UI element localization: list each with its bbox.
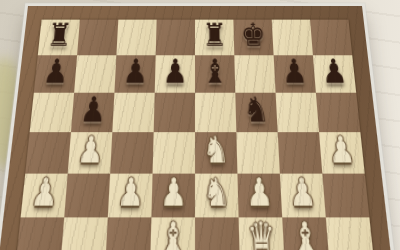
square-a6: [30, 93, 74, 132]
white-bishop-d3: ♝: [158, 216, 187, 250]
square-c7: ♟: [114, 55, 155, 92]
board-scene: ♜♜♚♟♟♟♝♟♟♟♞♟♞♟♟♟♟♞♟♟♝♛♝♜♜♚: [0, 6, 400, 250]
square-b3: [61, 217, 108, 250]
black-rook-a8: ♜: [45, 19, 73, 51]
black-knight-f6: ♞: [243, 92, 270, 127]
square-b5: ♟: [68, 132, 113, 173]
square-f6: ♞: [235, 93, 277, 132]
white-pawn-d4: ♟: [159, 173, 187, 212]
square-h5: ♟: [319, 132, 365, 173]
square-e4: ♞: [195, 174, 239, 218]
square-h7: ♟: [313, 55, 356, 92]
black-bishop-e7: ♝: [202, 54, 228, 87]
white-pawn-h5: ♟: [326, 131, 356, 168]
square-d3: ♝: [150, 217, 195, 250]
square-c6: [112, 93, 154, 132]
square-d8: [156, 20, 195, 56]
black-pawn-c7: ♟: [122, 54, 149, 87]
square-h8: [310, 20, 352, 56]
square-b6: ♟: [71, 93, 114, 132]
square-a4: ♟: [21, 174, 68, 218]
square-c3: [105, 217, 151, 250]
black-rook-e8: ♜: [202, 19, 227, 51]
square-h4: [322, 174, 369, 218]
square-a3: [16, 217, 64, 250]
square-d7: ♟: [155, 55, 195, 92]
square-g3: ♝: [282, 217, 329, 250]
square-f4: ♟: [237, 174, 282, 218]
square-d6: [154, 93, 195, 132]
square-c4: ♟: [108, 174, 153, 218]
square-a8: ♜: [38, 20, 80, 56]
square-c5: [110, 132, 154, 173]
square-f8: ♚: [233, 20, 273, 56]
square-g4: ♟: [280, 174, 326, 218]
square-g6: [276, 93, 319, 132]
square-e6: [195, 93, 236, 132]
square-a5: [25, 132, 71, 173]
chess-board: ♜♜♚♟♟♟♝♟♟♟♞♟♞♟♟♟♟♞♟♟♝♛♝♜♜♚: [5, 20, 385, 250]
white-knight-e4: ♞: [203, 173, 231, 212]
square-h6: [316, 93, 360, 132]
square-g5: [278, 132, 323, 173]
photo-canvas: ♜♜♚♟♟♟♝♟♟♟♞♟♞♟♟♟♟♞♟♟♝♛♝♜♜♚: [0, 0, 400, 250]
square-d5: [153, 132, 195, 173]
black-king-f8: ♚: [240, 19, 266, 51]
square-f5: [236, 132, 280, 173]
square-e3: [195, 217, 240, 250]
black-pawn-g7: ♟: [281, 54, 309, 87]
white-pawn-g4: ♟: [288, 173, 318, 212]
square-b8: [77, 20, 118, 56]
square-c8: [116, 20, 156, 56]
white-bishop-g3: ♝: [290, 216, 321, 250]
square-e7: ♝: [195, 55, 235, 92]
white-pawn-a4: ♟: [29, 173, 60, 212]
square-f7: [234, 55, 275, 92]
square-d4: ♟: [151, 174, 195, 218]
square-h3: [326, 217, 374, 250]
board-frame: ♜♜♚♟♟♟♝♟♟♟♞♟♞♟♟♟♟♞♟♟♝♛♝♜♜♚: [0, 6, 400, 250]
square-g7: ♟: [274, 55, 316, 92]
square-e5: ♞: [195, 132, 237, 173]
white-pawn-b5: ♟: [76, 131, 105, 168]
white-pawn-f4: ♟: [245, 173, 274, 212]
square-b4: [64, 174, 110, 218]
black-pawn-d7: ♟: [162, 54, 188, 87]
square-a7: ♟: [34, 55, 77, 92]
white-knight-e5: ♞: [202, 131, 229, 168]
black-pawn-b6: ♟: [79, 92, 107, 127]
square-g8: [272, 20, 313, 56]
square-b7: [74, 55, 116, 92]
white-pawn-c4: ♟: [116, 173, 145, 212]
white-queen-f3: ♛: [246, 216, 276, 250]
square-f3: ♛: [239, 217, 285, 250]
square-e8: ♜: [195, 20, 234, 56]
black-pawn-a7: ♟: [42, 54, 70, 87]
black-pawn-h7: ♟: [320, 54, 348, 87]
